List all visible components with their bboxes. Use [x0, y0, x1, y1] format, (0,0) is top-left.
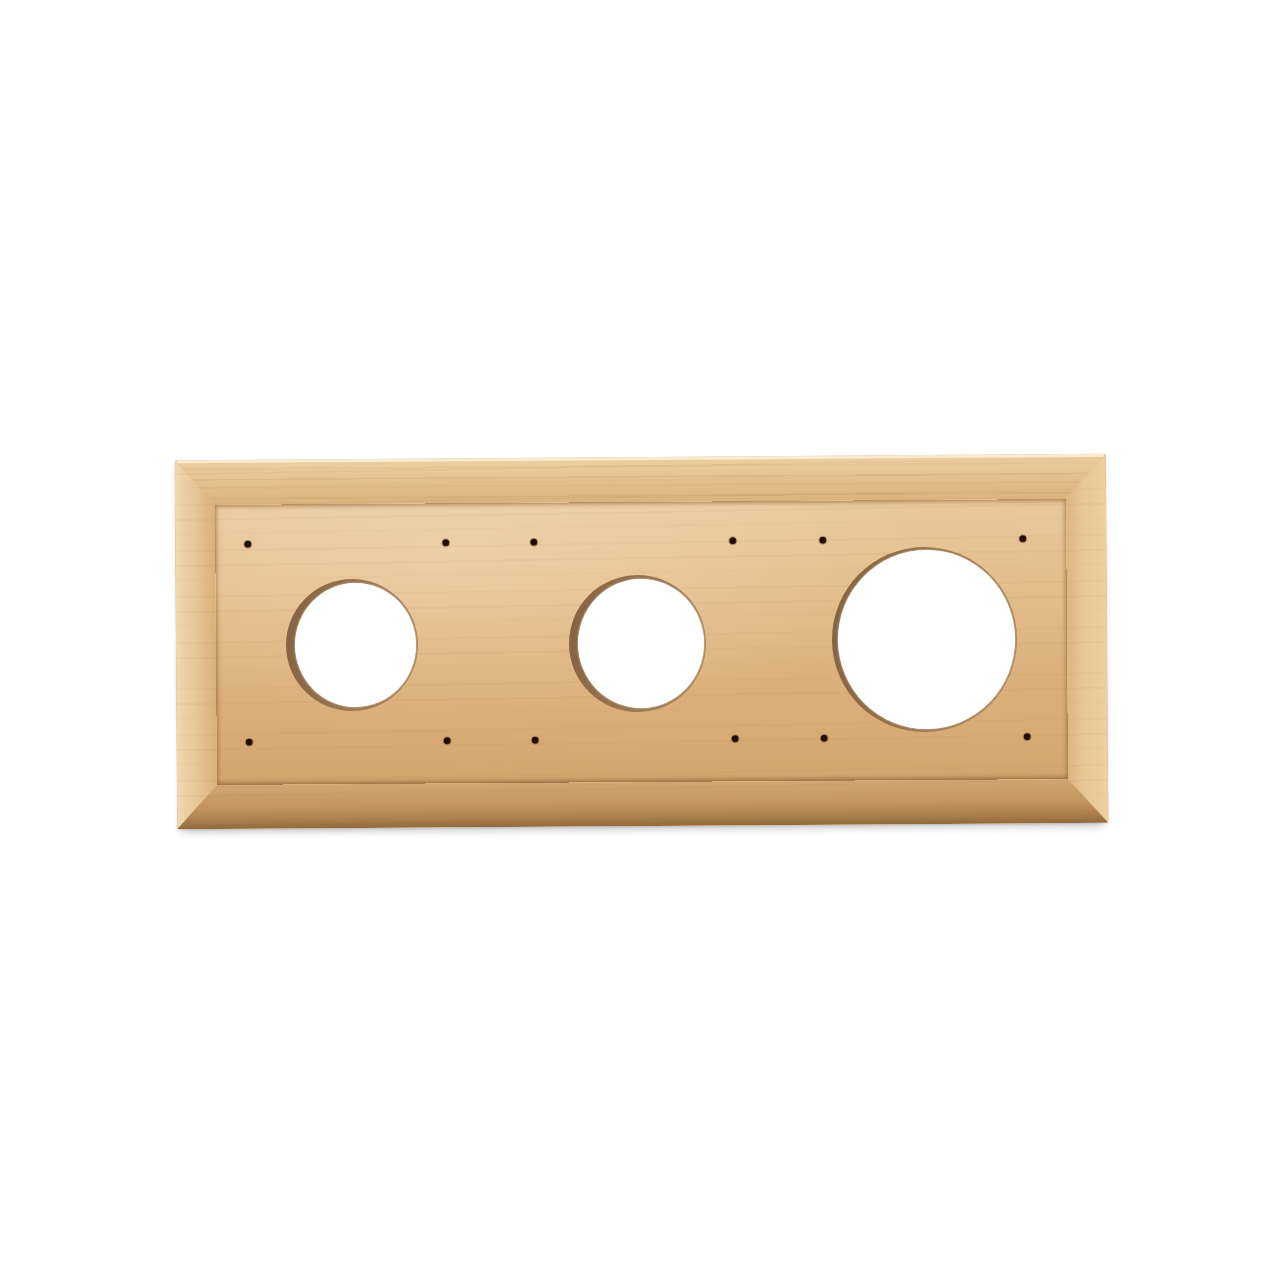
plate-bevel-left: [175, 460, 218, 829]
plate-bevel-top: [175, 454, 1106, 505]
pilot-hole: [731, 735, 738, 742]
pilot-hole: [819, 536, 826, 543]
plate-bevel-bottom: [177, 779, 1108, 829]
right-cutout: [831, 546, 1017, 732]
wood-plate: [175, 454, 1109, 829]
middle-cutout: [568, 574, 706, 712]
cutout-opening: [837, 549, 1015, 729]
pilot-hole: [1023, 733, 1030, 740]
pilot-hole: [530, 538, 537, 545]
pilot-hole: [443, 737, 450, 744]
pilot-hole: [531, 736, 538, 743]
pilot-hole: [442, 539, 449, 546]
pilot-hole: [729, 537, 736, 544]
pilot-hole: [1019, 535, 1026, 542]
pilot-hole: [245, 738, 252, 745]
pilot-hole: [820, 734, 827, 741]
cutout-opening: [295, 583, 417, 708]
photo-background: [0, 0, 1280, 1280]
pilot-hole: [244, 540, 251, 547]
plate-bevel-right: [1066, 454, 1109, 823]
left-cutout: [286, 579, 419, 712]
cutout-opening: [577, 578, 704, 708]
